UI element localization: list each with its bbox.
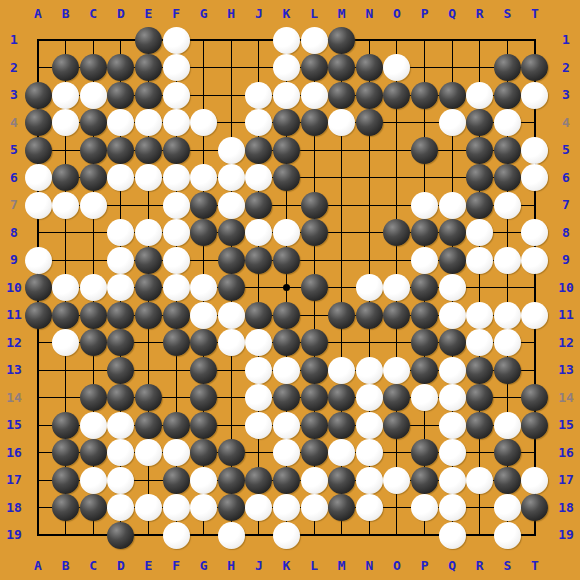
black-stone-B2[interactable] <box>52 54 79 81</box>
black-stone-S5[interactable] <box>494 137 521 164</box>
white-stone-J8[interactable] <box>245 219 272 246</box>
white-stone-R17[interactable] <box>466 467 493 494</box>
black-stone-E14[interactable] <box>135 384 162 411</box>
white-stone-F8[interactable] <box>163 219 190 246</box>
white-stone-H12[interactable] <box>218 329 245 356</box>
black-stone-R13[interactable] <box>466 357 493 384</box>
white-stone-K2[interactable] <box>273 54 300 81</box>
white-stone-E4[interactable] <box>135 109 162 136</box>
column-label-top-M: M <box>328 6 356 22</box>
white-stone-S15[interactable] <box>494 412 521 439</box>
white-stone-K15[interactable] <box>273 412 300 439</box>
black-stone-P16[interactable] <box>411 439 438 466</box>
black-stone-M15[interactable] <box>328 412 355 439</box>
black-stone-D12[interactable] <box>107 329 134 356</box>
column-label-bottom-M: M <box>328 558 356 574</box>
white-stone-J14[interactable] <box>245 384 272 411</box>
white-stone-P14[interactable] <box>411 384 438 411</box>
white-stone-E18[interactable] <box>135 494 162 521</box>
white-stone-D8[interactable] <box>107 219 134 246</box>
white-stone-Q11[interactable] <box>439 302 466 329</box>
white-stone-C7[interactable] <box>80 192 107 219</box>
black-stone-R7[interactable] <box>466 192 493 219</box>
black-stone-E10[interactable] <box>135 274 162 301</box>
black-stone-M14[interactable] <box>328 384 355 411</box>
black-stone-C18[interactable] <box>80 494 107 521</box>
black-stone-P8[interactable] <box>411 219 438 246</box>
black-stone-F11[interactable] <box>163 302 190 329</box>
black-stone-M2[interactable] <box>328 54 355 81</box>
black-stone-M11[interactable] <box>328 302 355 329</box>
white-stone-F2[interactable] <box>163 54 190 81</box>
black-stone-K5[interactable] <box>273 137 300 164</box>
white-stone-B7[interactable] <box>52 192 79 219</box>
white-stone-D6[interactable] <box>107 164 134 191</box>
white-stone-F3[interactable] <box>163 82 190 109</box>
row-label-left-17: 17 <box>0 472 28 488</box>
white-stone-N10[interactable] <box>356 274 383 301</box>
white-stone-F18[interactable] <box>163 494 190 521</box>
column-label-top-P: P <box>411 6 439 22</box>
black-stone-F15[interactable] <box>163 412 190 439</box>
white-stone-M16[interactable] <box>328 439 355 466</box>
black-stone-P5[interactable] <box>411 137 438 164</box>
white-stone-G6[interactable] <box>190 164 217 191</box>
black-stone-B17[interactable] <box>52 467 79 494</box>
black-stone-K4[interactable] <box>273 109 300 136</box>
white-stone-F10[interactable] <box>163 274 190 301</box>
white-stone-H6[interactable] <box>218 164 245 191</box>
white-stone-K8[interactable] <box>273 219 300 246</box>
row-label-right-4: 4 <box>552 115 580 131</box>
black-stone-N3[interactable] <box>356 82 383 109</box>
black-stone-Q9[interactable] <box>439 247 466 274</box>
black-stone-K9[interactable] <box>273 247 300 274</box>
white-stone-D9[interactable] <box>107 247 134 274</box>
white-stone-K1[interactable] <box>273 27 300 54</box>
black-stone-F17[interactable] <box>163 467 190 494</box>
black-stone-J5[interactable] <box>245 137 272 164</box>
white-stone-F16[interactable] <box>163 439 190 466</box>
white-stone-G17[interactable] <box>190 467 217 494</box>
white-stone-D16[interactable] <box>107 439 134 466</box>
column-label-bottom-A: A <box>24 558 52 574</box>
white-stone-L18[interactable] <box>301 494 328 521</box>
black-stone-M17[interactable] <box>328 467 355 494</box>
black-stone-B6[interactable] <box>52 164 79 191</box>
black-stone-S2[interactable] <box>494 54 521 81</box>
black-stone-L13[interactable] <box>301 357 328 384</box>
black-stone-K6[interactable] <box>273 164 300 191</box>
black-stone-G13[interactable] <box>190 357 217 384</box>
black-stone-L8[interactable] <box>301 219 328 246</box>
black-stone-L7[interactable] <box>301 192 328 219</box>
white-stone-J6[interactable] <box>245 164 272 191</box>
white-stone-Q13[interactable] <box>439 357 466 384</box>
white-stone-D10[interactable] <box>107 274 134 301</box>
white-stone-S4[interactable] <box>494 109 521 136</box>
white-stone-Q10[interactable] <box>439 274 466 301</box>
black-stone-E9[interactable] <box>135 247 162 274</box>
black-stone-R15[interactable] <box>466 412 493 439</box>
white-stone-N17[interactable] <box>356 467 383 494</box>
white-stone-N14[interactable] <box>356 384 383 411</box>
black-stone-L4[interactable] <box>301 109 328 136</box>
column-label-bottom-L: L <box>300 558 328 574</box>
row-label-right-6: 6 <box>552 170 580 186</box>
white-stone-K16[interactable] <box>273 439 300 466</box>
white-stone-P18[interactable] <box>411 494 438 521</box>
white-stone-O10[interactable] <box>383 274 410 301</box>
white-stone-E16[interactable] <box>135 439 162 466</box>
row-label-left-11: 11 <box>0 307 28 323</box>
white-stone-N15[interactable] <box>356 412 383 439</box>
go-board[interactable]: AABBCCDDEEFFGGHHJJKKLLMMNNOOPPQQRRSSTT11… <box>0 0 580 580</box>
white-stone-T3[interactable] <box>521 82 548 109</box>
black-stone-N11[interactable] <box>356 302 383 329</box>
black-stone-O8[interactable] <box>383 219 410 246</box>
black-stone-P12[interactable] <box>411 329 438 356</box>
white-stone-P7[interactable] <box>411 192 438 219</box>
column-label-top-H: H <box>217 6 245 22</box>
white-stone-F19[interactable] <box>163 522 190 549</box>
white-stone-S12[interactable] <box>494 329 521 356</box>
white-stone-C3[interactable] <box>80 82 107 109</box>
column-label-top-S: S <box>493 6 521 22</box>
row-label-left-14: 14 <box>0 390 28 406</box>
black-stone-E11[interactable] <box>135 302 162 329</box>
black-stone-O14[interactable] <box>383 384 410 411</box>
white-stone-F1[interactable] <box>163 27 190 54</box>
black-stone-D11[interactable] <box>107 302 134 329</box>
white-stone-K18[interactable] <box>273 494 300 521</box>
white-stone-Q7[interactable] <box>439 192 466 219</box>
column-label-bottom-R: R <box>466 558 494 574</box>
white-stone-D17[interactable] <box>107 467 134 494</box>
black-stone-S6[interactable] <box>494 164 521 191</box>
black-stone-S16[interactable] <box>494 439 521 466</box>
white-stone-N13[interactable] <box>356 357 383 384</box>
black-stone-N4[interactable] <box>356 109 383 136</box>
black-stone-E5[interactable] <box>135 137 162 164</box>
white-stone-J3[interactable] <box>245 82 272 109</box>
white-stone-C17[interactable] <box>80 467 107 494</box>
column-label-bottom-B: B <box>52 558 80 574</box>
white-stone-L1[interactable] <box>301 27 328 54</box>
black-stone-T2[interactable] <box>521 54 548 81</box>
black-stone-F12[interactable] <box>163 329 190 356</box>
column-label-top-D: D <box>107 6 135 22</box>
black-stone-B16[interactable] <box>52 439 79 466</box>
black-stone-J11[interactable] <box>245 302 272 329</box>
black-stone-G7[interactable] <box>190 192 217 219</box>
white-stone-Q17[interactable] <box>439 467 466 494</box>
white-stone-N16[interactable] <box>356 439 383 466</box>
white-stone-E6[interactable] <box>135 164 162 191</box>
black-stone-T18[interactable] <box>521 494 548 521</box>
white-stone-L17[interactable] <box>301 467 328 494</box>
black-stone-C12[interactable] <box>80 329 107 356</box>
black-stone-P17[interactable] <box>411 467 438 494</box>
white-stone-S11[interactable] <box>494 302 521 329</box>
row-label-right-14: 14 <box>552 390 580 406</box>
white-stone-D15[interactable] <box>107 412 134 439</box>
black-stone-P10[interactable] <box>411 274 438 301</box>
black-stone-N2[interactable] <box>356 54 383 81</box>
row-label-left-7: 7 <box>0 197 28 213</box>
black-stone-C14[interactable] <box>80 384 107 411</box>
white-stone-K19[interactable] <box>273 522 300 549</box>
black-stone-P3[interactable] <box>411 82 438 109</box>
white-stone-G11[interactable] <box>190 302 217 329</box>
black-stone-A3[interactable] <box>25 82 52 109</box>
column-label-top-A: A <box>24 6 52 22</box>
row-label-right-2: 2 <box>552 60 580 76</box>
white-stone-R9[interactable] <box>466 247 493 274</box>
white-stone-C10[interactable] <box>80 274 107 301</box>
white-stone-H11[interactable] <box>218 302 245 329</box>
black-stone-B18[interactable] <box>52 494 79 521</box>
column-label-top-T: T <box>521 6 549 22</box>
column-label-top-Q: Q <box>438 6 466 22</box>
black-stone-R14[interactable] <box>466 384 493 411</box>
row-label-right-10: 10 <box>552 280 580 296</box>
white-stone-Q18[interactable] <box>439 494 466 521</box>
black-stone-P11[interactable] <box>411 302 438 329</box>
white-stone-E8[interactable] <box>135 219 162 246</box>
column-label-bottom-T: T <box>521 558 549 574</box>
row-label-left-18: 18 <box>0 500 28 516</box>
white-stone-B10[interactable] <box>52 274 79 301</box>
black-stone-P13[interactable] <box>411 357 438 384</box>
white-stone-T9[interactable] <box>521 247 548 274</box>
white-stone-H7[interactable] <box>218 192 245 219</box>
white-stone-G18[interactable] <box>190 494 217 521</box>
black-stone-R5[interactable] <box>466 137 493 164</box>
black-stone-L2[interactable] <box>301 54 328 81</box>
black-stone-E2[interactable] <box>135 54 162 81</box>
black-stone-R6[interactable] <box>466 164 493 191</box>
row-label-left-5: 5 <box>0 142 28 158</box>
black-stone-S17[interactable] <box>494 467 521 494</box>
black-stone-A10[interactable] <box>25 274 52 301</box>
column-label-bottom-G: G <box>190 558 218 574</box>
row-label-right-9: 9 <box>552 252 580 268</box>
black-stone-S3[interactable] <box>494 82 521 109</box>
black-stone-E1[interactable] <box>135 27 162 54</box>
white-stone-A6[interactable] <box>25 164 52 191</box>
white-stone-B4[interactable] <box>52 109 79 136</box>
black-stone-O11[interactable] <box>383 302 410 329</box>
black-stone-A4[interactable] <box>25 109 52 136</box>
black-stone-K11[interactable] <box>273 302 300 329</box>
black-stone-D2[interactable] <box>107 54 134 81</box>
row-label-left-1: 1 <box>0 32 28 48</box>
black-stone-O3[interactable] <box>383 82 410 109</box>
white-stone-B3[interactable] <box>52 82 79 109</box>
white-stone-A7[interactable] <box>25 192 52 219</box>
white-stone-S9[interactable] <box>494 247 521 274</box>
white-stone-S7[interactable] <box>494 192 521 219</box>
white-stone-Q4[interactable] <box>439 109 466 136</box>
white-stone-D4[interactable] <box>107 109 134 136</box>
white-stone-H19[interactable] <box>218 522 245 549</box>
black-stone-T15[interactable] <box>521 412 548 439</box>
black-stone-H16[interactable] <box>218 439 245 466</box>
black-stone-G16[interactable] <box>190 439 217 466</box>
black-stone-C11[interactable] <box>80 302 107 329</box>
row-label-left-9: 9 <box>0 252 28 268</box>
white-stone-S18[interactable] <box>494 494 521 521</box>
column-label-bottom-E: E <box>134 558 162 574</box>
white-stone-R12[interactable] <box>466 329 493 356</box>
white-stone-M13[interactable] <box>328 357 355 384</box>
white-stone-Q16[interactable] <box>439 439 466 466</box>
black-stone-J7[interactable] <box>245 192 272 219</box>
black-stone-H8[interactable] <box>218 219 245 246</box>
black-stone-Q8[interactable] <box>439 219 466 246</box>
black-stone-D3[interactable] <box>107 82 134 109</box>
white-stone-J18[interactable] <box>245 494 272 521</box>
white-stone-D18[interactable] <box>107 494 134 521</box>
black-stone-M18[interactable] <box>328 494 355 521</box>
white-stone-Q15[interactable] <box>439 412 466 439</box>
white-stone-T17[interactable] <box>521 467 548 494</box>
white-stone-O17[interactable] <box>383 467 410 494</box>
white-stone-Q14[interactable] <box>439 384 466 411</box>
white-stone-R11[interactable] <box>466 302 493 329</box>
black-stone-C5[interactable] <box>80 137 107 164</box>
black-stone-F5[interactable] <box>163 137 190 164</box>
grid-line-vertical <box>534 39 536 536</box>
row-label-left-12: 12 <box>0 335 28 351</box>
black-stone-J17[interactable] <box>245 467 272 494</box>
black-stone-J9[interactable] <box>245 247 272 274</box>
black-stone-L10[interactable] <box>301 274 328 301</box>
column-label-bottom-C: C <box>79 558 107 574</box>
row-label-left-4: 4 <box>0 115 28 131</box>
black-stone-G15[interactable] <box>190 412 217 439</box>
white-stone-T11[interactable] <box>521 302 548 329</box>
row-label-right-5: 5 <box>552 142 580 158</box>
white-stone-C15[interactable] <box>80 412 107 439</box>
white-stone-T5[interactable] <box>521 137 548 164</box>
white-stone-R8[interactable] <box>466 219 493 246</box>
white-stone-O2[interactable] <box>383 54 410 81</box>
white-stone-N18[interactable] <box>356 494 383 521</box>
black-stone-S13[interactable] <box>494 357 521 384</box>
white-stone-G4[interactable] <box>190 109 217 136</box>
row-label-right-17: 17 <box>552 472 580 488</box>
black-stone-E3[interactable] <box>135 82 162 109</box>
white-stone-T6[interactable] <box>521 164 548 191</box>
white-stone-L3[interactable] <box>301 82 328 109</box>
black-stone-K12[interactable] <box>273 329 300 356</box>
black-stone-H9[interactable] <box>218 247 245 274</box>
black-stone-H10[interactable] <box>218 274 245 301</box>
black-stone-M1[interactable] <box>328 27 355 54</box>
black-stone-D14[interactable] <box>107 384 134 411</box>
black-stone-O15[interactable] <box>383 412 410 439</box>
black-stone-H17[interactable] <box>218 467 245 494</box>
white-stone-P9[interactable] <box>411 247 438 274</box>
black-stone-C4[interactable] <box>80 109 107 136</box>
white-stone-K3[interactable] <box>273 82 300 109</box>
row-label-right-8: 8 <box>552 225 580 241</box>
row-label-left-6: 6 <box>0 170 28 186</box>
white-stone-F4[interactable] <box>163 109 190 136</box>
black-stone-L12[interactable] <box>301 329 328 356</box>
black-stone-L16[interactable] <box>301 439 328 466</box>
black-stone-K14[interactable] <box>273 384 300 411</box>
black-stone-C16[interactable] <box>80 439 107 466</box>
column-label-bottom-N: N <box>355 558 383 574</box>
black-stone-D19[interactable] <box>107 522 134 549</box>
black-stone-R4[interactable] <box>466 109 493 136</box>
column-label-bottom-J: J <box>245 558 273 574</box>
black-stone-E15[interactable] <box>135 412 162 439</box>
white-stone-J13[interactable] <box>245 357 272 384</box>
black-stone-Q3[interactable] <box>439 82 466 109</box>
white-stone-M4[interactable] <box>328 109 355 136</box>
white-stone-J4[interactable] <box>245 109 272 136</box>
white-stone-B12[interactable] <box>52 329 79 356</box>
black-stone-L14[interactable] <box>301 384 328 411</box>
black-stone-B15[interactable] <box>52 412 79 439</box>
black-stone-C6[interactable] <box>80 164 107 191</box>
row-label-left-15: 15 <box>0 417 28 433</box>
black-stone-D13[interactable] <box>107 357 134 384</box>
column-label-bottom-Q: Q <box>438 558 466 574</box>
row-label-left-2: 2 <box>0 60 28 76</box>
black-stone-G8[interactable] <box>190 219 217 246</box>
column-label-bottom-P: P <box>411 558 439 574</box>
white-stone-J15[interactable] <box>245 412 272 439</box>
white-stone-Q19[interactable] <box>439 522 466 549</box>
black-stone-M3[interactable] <box>328 82 355 109</box>
black-stone-Q12[interactable] <box>439 329 466 356</box>
white-stone-J12[interactable] <box>245 329 272 356</box>
black-stone-A11[interactable] <box>25 302 52 329</box>
column-label-bottom-D: D <box>107 558 135 574</box>
white-stone-S19[interactable] <box>494 522 521 549</box>
white-stone-H5[interactable] <box>218 137 245 164</box>
black-stone-C2[interactable] <box>80 54 107 81</box>
column-label-top-C: C <box>79 6 107 22</box>
white-stone-F7[interactable] <box>163 192 190 219</box>
black-stone-B11[interactable] <box>52 302 79 329</box>
black-stone-L15[interactable] <box>301 412 328 439</box>
black-stone-K17[interactable] <box>273 467 300 494</box>
black-stone-T14[interactable] <box>521 384 548 411</box>
white-stone-F9[interactable] <box>163 247 190 274</box>
white-stone-R3[interactable] <box>466 82 493 109</box>
white-stone-O13[interactable] <box>383 357 410 384</box>
column-label-top-K: K <box>272 6 300 22</box>
column-label-bottom-O: O <box>383 558 411 574</box>
black-stone-G14[interactable] <box>190 384 217 411</box>
white-stone-F6[interactable] <box>163 164 190 191</box>
black-stone-A5[interactable] <box>25 137 52 164</box>
black-stone-H18[interactable] <box>218 494 245 521</box>
white-stone-K13[interactable] <box>273 357 300 384</box>
white-stone-A9[interactable] <box>25 247 52 274</box>
black-stone-D5[interactable] <box>107 137 134 164</box>
row-label-right-3: 3 <box>552 87 580 103</box>
white-stone-G10[interactable] <box>190 274 217 301</box>
white-stone-T8[interactable] <box>521 219 548 246</box>
black-stone-G12[interactable] <box>190 329 217 356</box>
